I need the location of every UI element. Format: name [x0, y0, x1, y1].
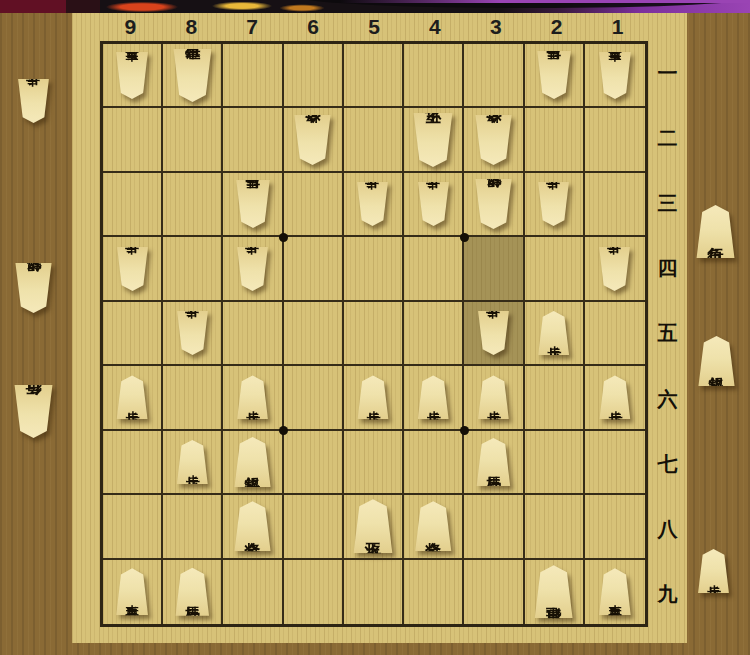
- koma-gote-pawn[interactable]: 歩兵: [175, 311, 210, 355]
- square-6-6[interactable]: [284, 366, 344, 430]
- koma-body: 玉将: [351, 499, 395, 553]
- hoshi-dot: [460, 233, 469, 242]
- square-7-8[interactable]: 金将: [223, 495, 283, 559]
- koma-gote-knight[interactable]: 桂馬: [234, 180, 272, 228]
- koma-body: 歩兵: [476, 311, 511, 355]
- square-1-9[interactable]: 香車: [585, 560, 645, 624]
- koma-gote-pawn[interactable]: 歩兵: [115, 247, 150, 291]
- koma-body: 金将: [292, 115, 333, 165]
- square-3-1[interactable]: [464, 44, 524, 108]
- rank-label-3: 三: [648, 171, 687, 236]
- square-1-6[interactable]: 歩兵: [585, 366, 645, 430]
- hoshi-dot: [279, 426, 288, 435]
- koma-body: 桂馬: [474, 438, 512, 486]
- koma-sente-bishop[interactable]: 角行: [694, 205, 737, 258]
- koma-gote-gold[interactable]: 金将: [473, 115, 514, 165]
- koma-body: 歩兵: [115, 375, 150, 419]
- square-7-6[interactable]: 歩兵: [223, 366, 283, 430]
- square-2-6[interactable]: [525, 366, 585, 430]
- koma-gote-pawn[interactable]: 歩兵: [235, 247, 270, 291]
- koma-body: 飛車: [171, 49, 214, 102]
- square-8-5[interactable]: 歩兵: [163, 302, 223, 366]
- koma-body: 歩兵: [175, 440, 210, 484]
- square-7-4[interactable]: 歩兵: [223, 237, 283, 301]
- square-7-3[interactable]: 桂馬: [223, 173, 283, 237]
- square-2-2[interactable]: [525, 108, 585, 172]
- koma-sente-pawn[interactable]: 歩兵: [355, 375, 390, 419]
- rank-label-8: 八: [648, 497, 687, 562]
- square-4-3[interactable]: 歩兵: [404, 173, 464, 237]
- koma-body: 歩兵: [115, 247, 150, 291]
- koma-sente-pawn[interactable]: 歩兵: [235, 375, 270, 419]
- rank-label-1: 一: [648, 41, 687, 106]
- square-4-1[interactable]: [404, 44, 464, 108]
- koma-sente-pawn[interactable]: 歩兵: [536, 311, 571, 355]
- square-8-3[interactable]: [163, 173, 223, 237]
- square-8-4[interactable]: [163, 237, 223, 301]
- square-9-1[interactable]: 香車: [103, 44, 163, 108]
- square-5-2[interactable]: [344, 108, 404, 172]
- koma-gote-gold[interactable]: 金将: [292, 115, 333, 165]
- koma-sente-gold[interactable]: 金将: [413, 501, 454, 551]
- square-7-7[interactable]: 銀将: [223, 431, 283, 495]
- koma-body: 銀将: [696, 336, 737, 386]
- square-2-3[interactable]: 歩兵: [525, 173, 585, 237]
- square-3-8[interactable]: [464, 495, 524, 559]
- square-6-2[interactable]: 金将: [284, 108, 344, 172]
- rank-label-9: 九: [648, 562, 687, 627]
- koma-sente-rook[interactable]: 飛車: [532, 565, 575, 618]
- square-1-8[interactable]: [585, 495, 645, 559]
- square-3-6[interactable]: 歩兵: [464, 366, 524, 430]
- square-5-4[interactable]: [344, 237, 404, 301]
- file-label-6: 6: [283, 13, 344, 41]
- file-label-1: 1: [587, 13, 648, 41]
- koma-body: 歩兵: [416, 182, 451, 226]
- square-7-5[interactable]: [223, 302, 283, 366]
- square-9-7[interactable]: [103, 431, 163, 495]
- square-2-5[interactable]: 歩兵: [525, 302, 585, 366]
- square-1-2[interactable]: [585, 108, 645, 172]
- square-7-2[interactable]: [223, 108, 283, 172]
- rank-label-7: 七: [648, 432, 687, 497]
- koma-body: 香車: [597, 52, 633, 99]
- square-8-6[interactable]: [163, 366, 223, 430]
- koma-sente-pawn[interactable]: 歩兵: [696, 549, 731, 593]
- rank-label-2: 二: [648, 106, 687, 171]
- square-7-9[interactable]: [223, 560, 283, 624]
- koma-gote-silver[interactable]: 銀将: [473, 179, 514, 229]
- koma-gote-king[interactable]: 王将: [411, 113, 455, 167]
- square-1-3[interactable]: [585, 173, 645, 237]
- square-3-5[interactable]: 歩兵: [464, 302, 524, 366]
- koma-gote-pawn[interactable]: 歩兵: [597, 247, 632, 291]
- koma-body: 歩兵: [16, 79, 51, 123]
- square-8-7[interactable]: 歩兵: [163, 431, 223, 495]
- square-2-9[interactable]: 飛車: [525, 560, 585, 624]
- square-5-6[interactable]: 歩兵: [344, 366, 404, 430]
- file-label-4: 4: [404, 13, 465, 41]
- square-4-5[interactable]: [404, 302, 464, 366]
- koma-sente-lance[interactable]: 香車: [597, 568, 633, 615]
- square-3-3[interactable]: 銀将: [464, 173, 524, 237]
- koma-gote-knight[interactable]: 桂馬: [535, 51, 573, 99]
- hoshi-dot: [279, 233, 288, 242]
- koma-body: 飛車: [532, 565, 575, 618]
- square-5-7[interactable]: [344, 431, 404, 495]
- koma-body: 桂馬: [173, 568, 211, 616]
- square-4-4[interactable]: [404, 237, 464, 301]
- koma-gote-lance[interactable]: 香車: [114, 52, 150, 99]
- koma-gote-pawn[interactable]: 歩兵: [476, 311, 511, 355]
- koma-body: 角行: [694, 205, 737, 258]
- rank-label-5: 五: [648, 301, 687, 366]
- square-8-8[interactable]: [163, 495, 223, 559]
- koma-body: 歩兵: [536, 182, 571, 226]
- koma-body: 歩兵: [597, 247, 632, 291]
- koma-body: 香車: [114, 568, 150, 615]
- banner-highlight-line: [340, 0, 750, 3]
- koma-sente-lance[interactable]: 香車: [114, 568, 150, 615]
- square-6-9[interactable]: [284, 560, 344, 624]
- koma-body: 歩兵: [476, 375, 511, 419]
- square-5-9[interactable]: [344, 560, 404, 624]
- koma-gote-pawn[interactable]: 歩兵: [536, 182, 571, 226]
- koma-gote-lance[interactable]: 香車: [597, 52, 633, 99]
- koma-gote-bishop[interactable]: 角行: [12, 385, 55, 438]
- square-9-6[interactable]: 歩兵: [103, 366, 163, 430]
- koma-body: 角行: [12, 385, 55, 438]
- square-8-2[interactable]: [163, 108, 223, 172]
- square-9-9[interactable]: 香車: [103, 560, 163, 624]
- koma-gote-pawn[interactable]: 歩兵: [16, 79, 51, 123]
- square-8-9[interactable]: 桂馬: [163, 560, 223, 624]
- koma-body: 歩兵: [696, 549, 731, 593]
- koma-body: 歩兵: [355, 375, 390, 419]
- koma-body: 銀将: [232, 437, 273, 487]
- koma-sente-knight[interactable]: 桂馬: [173, 568, 211, 616]
- square-1-4[interactable]: 歩兵: [585, 237, 645, 301]
- rank-label-6: 六: [648, 367, 687, 432]
- square-2-1[interactable]: 桂馬: [525, 44, 585, 108]
- koma-sente-pawn[interactable]: 歩兵: [115, 375, 150, 419]
- shogi-app-screenshot: 987654321 香車飛車桂馬香車金将王将金将桂馬歩兵歩兵銀将歩兵歩兵歩兵歩兵…: [0, 0, 750, 655]
- file-label-2: 2: [526, 13, 587, 41]
- koma-body: 歩兵: [235, 247, 270, 291]
- koma-gote-silver[interactable]: 銀将: [13, 263, 54, 313]
- square-3-9[interactable]: [464, 560, 524, 624]
- file-label-8: 8: [161, 13, 222, 41]
- square-4-7[interactable]: [404, 431, 464, 495]
- square-6-7[interactable]: [284, 431, 344, 495]
- koma-sente-silver[interactable]: 銀将: [696, 336, 737, 386]
- koma-body: 桂馬: [535, 51, 573, 99]
- koma-sente-pawn[interactable]: 歩兵: [416, 375, 451, 419]
- square-9-5[interactable]: [103, 302, 163, 366]
- koma-sente-pawn[interactable]: 歩兵: [597, 375, 632, 419]
- square-9-4[interactable]: 歩兵: [103, 237, 163, 301]
- square-6-1[interactable]: [284, 44, 344, 108]
- square-9-2[interactable]: [103, 108, 163, 172]
- square-1-7[interactable]: [585, 431, 645, 495]
- square-6-8[interactable]: [284, 495, 344, 559]
- koma-sente-pawn[interactable]: 歩兵: [476, 375, 511, 419]
- square-2-7[interactable]: [525, 431, 585, 495]
- koma-body: 銀将: [473, 179, 514, 229]
- koma-gote-rook[interactable]: 飛車: [171, 49, 214, 102]
- file-label-9: 9: [100, 13, 161, 41]
- koma-body: 桂馬: [234, 180, 272, 228]
- koma-gote-pawn[interactable]: 歩兵: [355, 182, 390, 226]
- square-2-4[interactable]: [525, 237, 585, 301]
- koma-body: 歩兵: [355, 182, 390, 226]
- square-9-3[interactable]: [103, 173, 163, 237]
- board-grid: 香車飛車桂馬香車金将王将金将桂馬歩兵歩兵銀将歩兵歩兵歩兵歩兵歩兵歩兵歩兵歩兵歩兵…: [103, 44, 645, 624]
- koma-body: 歩兵: [416, 375, 451, 419]
- koma-body: 歩兵: [175, 311, 210, 355]
- shogi-board: 香車飛車桂馬香車金将王将金将桂馬歩兵歩兵銀将歩兵歩兵歩兵歩兵歩兵歩兵歩兵歩兵歩兵…: [100, 41, 648, 627]
- koma-body: 金将: [413, 501, 454, 551]
- square-6-4[interactable]: [284, 237, 344, 301]
- koma-body: 金将: [473, 115, 514, 165]
- square-5-5[interactable]: [344, 302, 404, 366]
- koma-sente-silver[interactable]: 銀将: [232, 437, 273, 487]
- hoshi-dot: [460, 426, 469, 435]
- koma-body: 香車: [597, 568, 633, 615]
- banner-artwork: [72, 0, 342, 13]
- koma-body: 金将: [232, 501, 273, 551]
- square-4-9[interactable]: [404, 560, 464, 624]
- square-9-8[interactable]: [103, 495, 163, 559]
- square-4-2[interactable]: 王将: [404, 108, 464, 172]
- square-1-5[interactable]: [585, 302, 645, 366]
- square-1-1[interactable]: 香車: [585, 44, 645, 108]
- koma-sente-knight[interactable]: 桂馬: [474, 438, 512, 486]
- koma-body: 香車: [114, 52, 150, 99]
- square-6-5[interactable]: [284, 302, 344, 366]
- square-4-6[interactable]: 歩兵: [404, 366, 464, 430]
- koma-body: 歩兵: [536, 311, 571, 355]
- file-label-7: 7: [222, 13, 283, 41]
- koma-gote-pawn[interactable]: 歩兵: [416, 182, 451, 226]
- square-4-8[interactable]: 金将: [404, 495, 464, 559]
- square-6-3[interactable]: [284, 173, 344, 237]
- koma-body: 銀将: [13, 263, 54, 313]
- koma-body: 歩兵: [235, 375, 270, 419]
- rank-label-4: 四: [648, 236, 687, 301]
- koma-body: 歩兵: [597, 375, 632, 419]
- square-5-1[interactable]: [344, 44, 404, 108]
- file-label-5: 5: [344, 13, 405, 41]
- koma-body: 王将: [411, 113, 455, 167]
- koma-sente-gold[interactable]: 金将: [232, 501, 273, 551]
- square-3-4[interactable]: [464, 237, 524, 301]
- file-label-3: 3: [465, 13, 526, 41]
- rank-labels: 一二三四五六七八九: [648, 41, 687, 627]
- file-labels: 987654321: [100, 13, 648, 41]
- square-5-3[interactable]: 歩兵: [344, 173, 404, 237]
- koma-sente-pawn[interactable]: 歩兵: [175, 440, 210, 484]
- square-5-8[interactable]: 玉将: [344, 495, 404, 559]
- koma-sente-king[interactable]: 玉将: [351, 499, 395, 553]
- square-2-8[interactable]: [525, 495, 585, 559]
- square-8-1[interactable]: 飛車: [163, 44, 223, 108]
- app-banner: [0, 0, 750, 13]
- square-7-1[interactable]: [223, 44, 283, 108]
- square-3-7[interactable]: 桂馬: [464, 431, 524, 495]
- square-3-2[interactable]: 金将: [464, 108, 524, 172]
